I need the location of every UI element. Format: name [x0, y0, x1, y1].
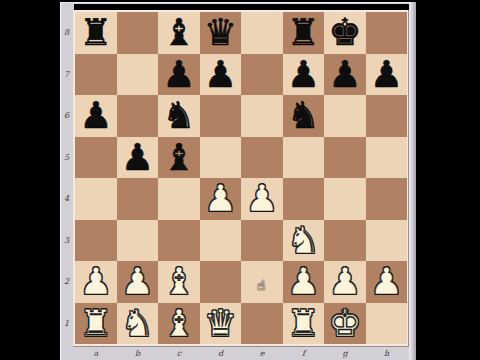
- piece-black-knight[interactable]: ♞: [287, 95, 320, 137]
- square-c3[interactable]: [158, 220, 200, 262]
- rank-label-8: 8: [60, 28, 73, 37]
- piece-white-knight[interactable]: ♞: [287, 220, 320, 262]
- piece-black-rook[interactable]: ♜: [79, 12, 112, 54]
- square-d1[interactable]: ♛: [200, 303, 242, 345]
- square-h7[interactable]: ♟: [366, 54, 408, 96]
- piece-white-pawn[interactable]: ♟: [245, 178, 278, 220]
- file-label-f: f: [298, 349, 310, 358]
- square-e1[interactable]: [241, 303, 283, 345]
- file-label-g: g: [339, 349, 351, 358]
- piece-black-queen[interactable]: ♛: [204, 12, 237, 54]
- square-a7[interactable]: [75, 54, 117, 96]
- square-a6[interactable]: ♟: [75, 95, 117, 137]
- window-right-border: [409, 2, 416, 360]
- file-label-d: d: [215, 349, 227, 358]
- piece-white-queen[interactable]: ♛: [204, 303, 237, 345]
- piece-black-king[interactable]: ♚: [328, 12, 361, 54]
- square-e3[interactable]: [241, 220, 283, 262]
- square-e8[interactable]: [241, 12, 283, 54]
- piece-black-bishop[interactable]: ♝: [162, 12, 195, 54]
- square-g3[interactable]: [324, 220, 366, 262]
- square-h4[interactable]: [366, 178, 408, 220]
- file-label-b: b: [132, 349, 144, 358]
- piece-black-bishop[interactable]: ♝: [162, 137, 195, 179]
- square-h3[interactable]: [366, 220, 408, 262]
- window-frame-top-edge: [60, 2, 416, 3]
- square-e6[interactable]: [241, 95, 283, 137]
- square-c4[interactable]: [158, 178, 200, 220]
- square-g2[interactable]: ♟: [324, 261, 366, 303]
- piece-white-bishop[interactable]: ♝: [162, 303, 195, 345]
- piece-black-pawn[interactable]: ♟: [287, 54, 320, 96]
- square-h1[interactable]: [366, 303, 408, 345]
- square-f2[interactable]: ♟: [283, 261, 325, 303]
- square-g7[interactable]: ♟: [324, 54, 366, 96]
- file-label-h: h: [381, 349, 393, 358]
- piece-black-pawn[interactable]: ♟: [204, 54, 237, 96]
- square-h8[interactable]: [366, 12, 408, 54]
- square-c1[interactable]: ♝: [158, 303, 200, 345]
- square-b4[interactable]: [117, 178, 159, 220]
- square-a1[interactable]: ♜: [75, 303, 117, 345]
- square-f4[interactable]: [283, 178, 325, 220]
- screenshot-stage: ♜♝♛♜♚♟♟♟♟♟♟♞♞♟♝♟♟♞♟♟♝♟♟♟♜♞♝♛♜♚ 87654321a…: [0, 0, 480, 360]
- piece-white-pawn[interactable]: ♟: [121, 261, 154, 303]
- rank-label-7: 7: [60, 70, 73, 79]
- square-d3[interactable]: [200, 220, 242, 262]
- square-f8[interactable]: ♜: [283, 12, 325, 54]
- piece-white-pawn[interactable]: ♟: [79, 261, 112, 303]
- piece-white-pawn[interactable]: ♟: [204, 178, 237, 220]
- file-label-e: e: [256, 349, 268, 358]
- square-b3[interactable]: [117, 220, 159, 262]
- rank-label-1: 1: [60, 319, 73, 328]
- square-h6[interactable]: [366, 95, 408, 137]
- piece-white-knight[interactable]: ♞: [121, 303, 154, 345]
- square-a5[interactable]: [75, 137, 117, 179]
- piece-black-rook[interactable]: ♜: [287, 12, 320, 54]
- square-b5[interactable]: ♟: [117, 137, 159, 179]
- rank-label-3: 3: [60, 236, 73, 245]
- square-b7[interactable]: [117, 54, 159, 96]
- square-f3[interactable]: ♞: [283, 220, 325, 262]
- square-a4[interactable]: [75, 178, 117, 220]
- square-e4[interactable]: ♟: [241, 178, 283, 220]
- square-e7[interactable]: [241, 54, 283, 96]
- square-f6[interactable]: ♞: [283, 95, 325, 137]
- piece-white-pawn[interactable]: ♟: [287, 261, 320, 303]
- square-d4[interactable]: ♟: [200, 178, 242, 220]
- square-g5[interactable]: [324, 137, 366, 179]
- square-a8[interactable]: ♜: [75, 12, 117, 54]
- piece-black-pawn[interactable]: ♟: [370, 54, 403, 96]
- piece-white-rook[interactable]: ♜: [79, 303, 112, 345]
- file-label-c: c: [173, 349, 185, 358]
- piece-black-pawn[interactable]: ♟: [162, 54, 195, 96]
- rank-label-2: 2: [60, 277, 73, 286]
- piece-white-pawn[interactable]: ♟: [370, 261, 403, 303]
- square-d2[interactable]: [200, 261, 242, 303]
- square-f5[interactable]: [283, 137, 325, 179]
- rank-label-6: 6: [60, 111, 73, 120]
- square-c5[interactable]: ♝: [158, 137, 200, 179]
- square-d8[interactable]: ♛: [200, 12, 242, 54]
- square-g6[interactable]: [324, 95, 366, 137]
- square-g1[interactable]: ♚: [324, 303, 366, 345]
- piece-black-knight[interactable]: ♞: [162, 95, 195, 137]
- piece-black-pawn[interactable]: ♟: [328, 54, 361, 96]
- square-b8[interactable]: [117, 12, 159, 54]
- square-e2[interactable]: [241, 261, 283, 303]
- square-d5[interactable]: [200, 137, 242, 179]
- square-c8[interactable]: ♝: [158, 12, 200, 54]
- square-b1[interactable]: ♞: [117, 303, 159, 345]
- square-c7[interactable]: ♟: [158, 54, 200, 96]
- piece-white-rook[interactable]: ♜: [287, 303, 320, 345]
- square-e5[interactable]: [241, 137, 283, 179]
- square-h5[interactable]: [366, 137, 408, 179]
- square-c6[interactable]: ♞: [158, 95, 200, 137]
- piece-black-pawn[interactable]: ♟: [121, 137, 154, 179]
- chess-board: ♜♝♛♜♚♟♟♟♟♟♟♞♞♟♝♟♟♞♟♟♝♟♟♟♜♞♝♛♜♚: [75, 12, 407, 344]
- file-label-a: a: [90, 349, 102, 358]
- square-g8[interactable]: ♚: [324, 12, 366, 54]
- square-c2[interactable]: ♝: [158, 261, 200, 303]
- square-f1[interactable]: ♜: [283, 303, 325, 345]
- piece-black-pawn[interactable]: ♟: [79, 95, 112, 137]
- rank-label-4: 4: [60, 194, 73, 203]
- square-b2[interactable]: ♟: [117, 261, 159, 303]
- rank-label-5: 5: [60, 153, 73, 162]
- square-a2[interactable]: ♟: [75, 261, 117, 303]
- square-f7[interactable]: ♟: [283, 54, 325, 96]
- square-g4[interactable]: [324, 178, 366, 220]
- square-b6[interactable]: [117, 95, 159, 137]
- window-frame-left-highlight: [60, 2, 61, 360]
- piece-white-pawn[interactable]: ♟: [328, 261, 361, 303]
- square-d6[interactable]: [200, 95, 242, 137]
- piece-white-king[interactable]: ♚: [328, 303, 361, 345]
- square-d7[interactable]: ♟: [200, 54, 242, 96]
- piece-white-bishop[interactable]: ♝: [162, 261, 195, 303]
- square-a3[interactable]: [75, 220, 117, 262]
- square-h2[interactable]: ♟: [366, 261, 408, 303]
